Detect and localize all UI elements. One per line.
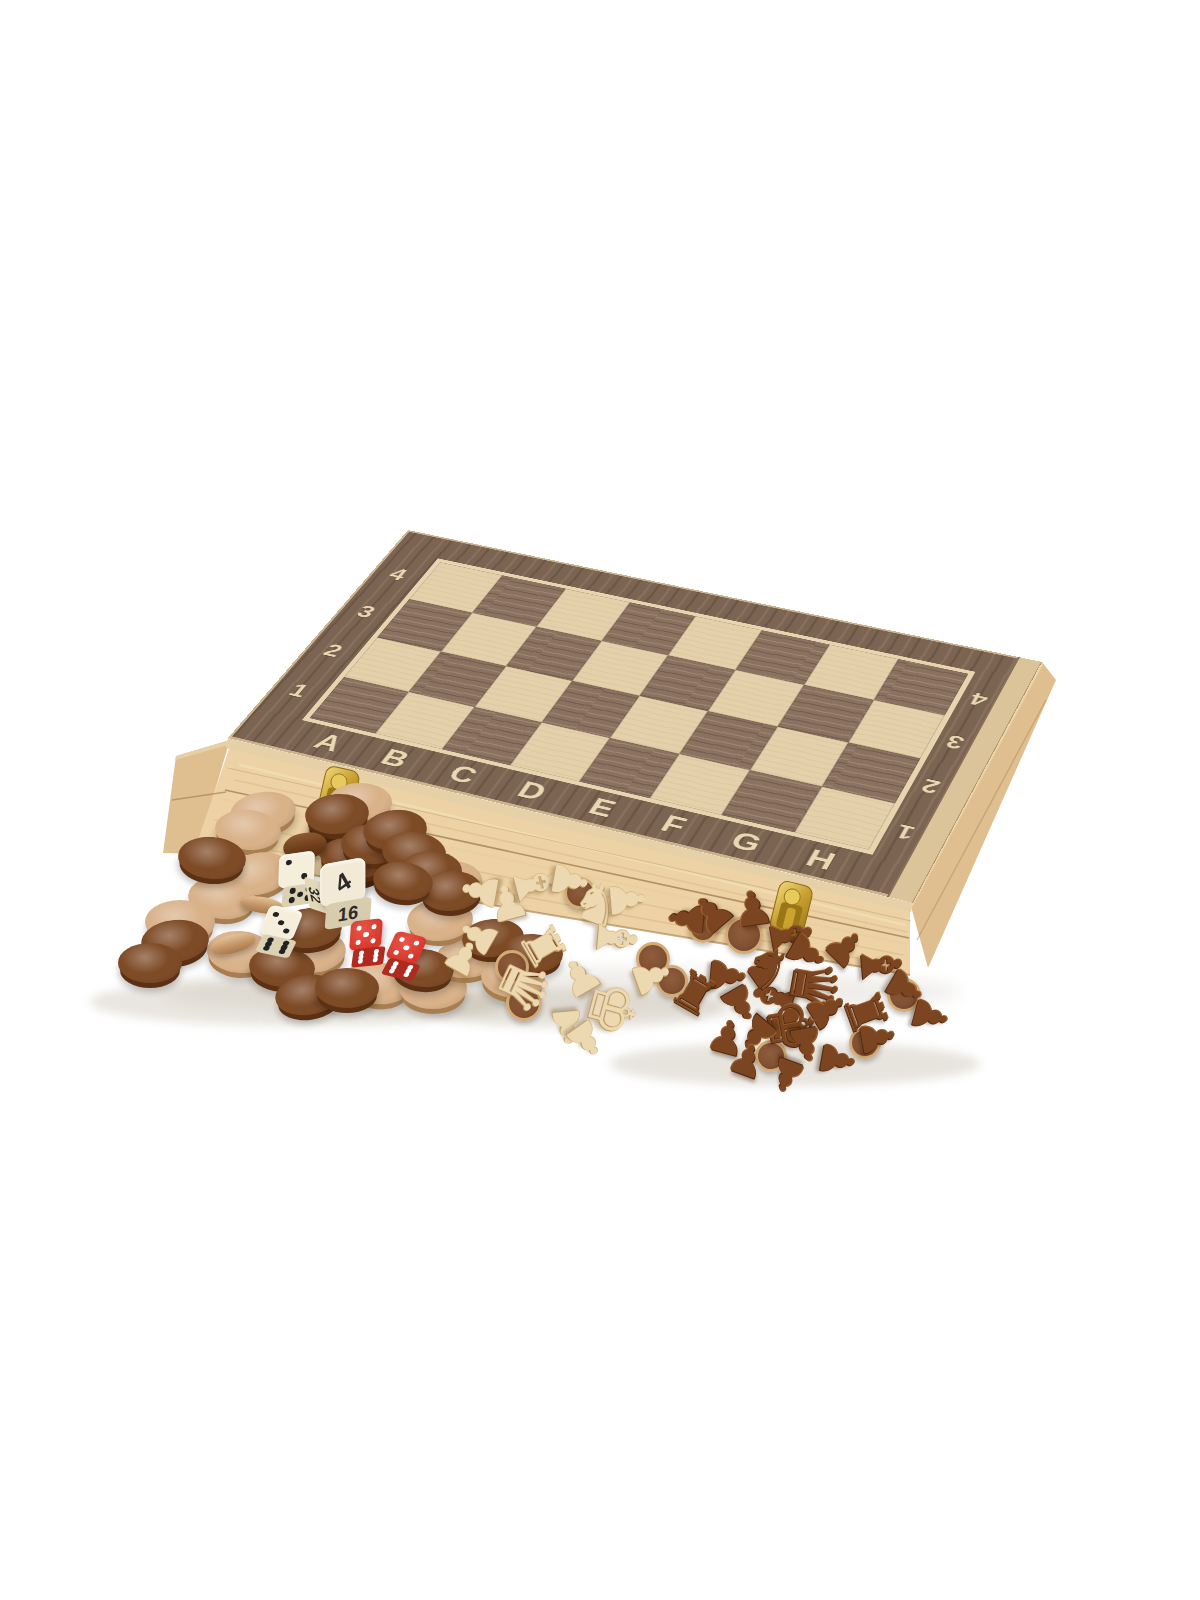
die-pip (372, 957, 378, 963)
die-pip (388, 968, 396, 974)
chess-piece-cream-bishop: ♝ (587, 912, 645, 965)
die-pip (277, 919, 285, 925)
die-pip (282, 927, 290, 933)
die-pip (356, 926, 362, 932)
die-pip (285, 860, 291, 866)
die-pip (402, 972, 410, 978)
die-pip (403, 945, 410, 951)
checker-brown (315, 968, 379, 1008)
die-pip (370, 938, 376, 944)
die-front-face (351, 946, 385, 967)
game-pieces-layer: ♟♟♝♟♞♟♜♛♟♝♟♚♟♟♟♟♟♟♟♝♟♞♟♜♟♝♛♟♚♟♟♟♟♝♟♜♟♟♟♟… (0, 0, 1200, 1600)
die-pip (407, 953, 414, 959)
die-pip (371, 924, 377, 930)
product-photo: Product photo on a white background: a c… (0, 0, 1200, 1600)
die-pip (289, 887, 296, 893)
die-pip (288, 897, 295, 903)
die-pip (272, 911, 280, 917)
die-pip (398, 937, 405, 943)
die-pip (363, 932, 369, 938)
chess-piece-brown-pawn: ♟ (904, 991, 957, 1040)
die-pip (393, 949, 400, 955)
die-pip (357, 959, 363, 965)
die-pip (413, 940, 420, 946)
chess-piece-brown-pawn: ♟ (852, 1015, 902, 1061)
die-pip (355, 939, 361, 945)
checker-brown (118, 943, 182, 983)
die-red-1 (349, 918, 386, 969)
